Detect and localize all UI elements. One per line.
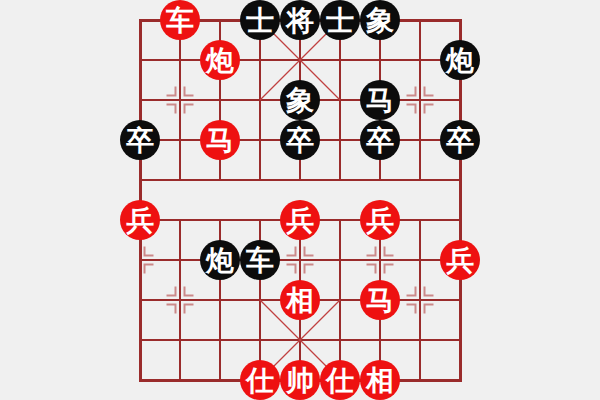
piece-red-horse[interactable]: 马 (200, 120, 240, 160)
piece-red-pawn[interactable]: 兵 (360, 200, 400, 240)
piece-red-pawn[interactable]: 兵 (280, 200, 320, 240)
piece-red-advisor[interactable]: 仕 (240, 360, 280, 400)
piece-red-horse[interactable]: 马 (360, 280, 400, 320)
piece-red-chariot[interactable]: 车 (160, 0, 200, 40)
piece-red-advisor[interactable]: 仕 (320, 360, 360, 400)
piece-black-horse[interactable]: 马 (360, 80, 400, 120)
piece-red-king[interactable]: 帅 (280, 360, 320, 400)
piece-black-advisor[interactable]: 士 (320, 0, 360, 40)
piece-black-pawn[interactable]: 卒 (440, 120, 480, 160)
piece-black-pawn[interactable]: 卒 (360, 120, 400, 160)
piece-black-pawn[interactable]: 卒 (120, 120, 160, 160)
xiangqi-board: 车士将士象炮炮象马卒马卒卒卒兵兵兵炮车兵相马仕帅仕相 (0, 0, 600, 400)
piece-black-chariot[interactable]: 车 (240, 240, 280, 280)
piece-black-elephant[interactable]: 象 (280, 80, 320, 120)
piece-red-elephant[interactable]: 相 (360, 360, 400, 400)
piece-black-elephant[interactable]: 象 (360, 0, 400, 40)
piece-red-elephant[interactable]: 相 (280, 280, 320, 320)
piece-black-cannon[interactable]: 炮 (440, 40, 480, 80)
piece-red-pawn[interactable]: 兵 (440, 240, 480, 280)
piece-black-king[interactable]: 将 (280, 0, 320, 40)
piece-red-cannon[interactable]: 炮 (200, 40, 240, 80)
piece-red-pawn[interactable]: 兵 (120, 200, 160, 240)
piece-black-pawn[interactable]: 卒 (280, 120, 320, 160)
piece-black-cannon[interactable]: 炮 (200, 240, 240, 280)
piece-black-advisor[interactable]: 士 (240, 0, 280, 40)
